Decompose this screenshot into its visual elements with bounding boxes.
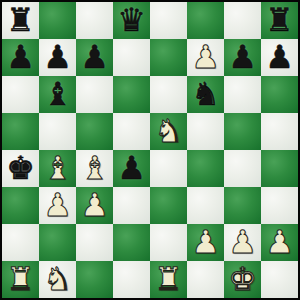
square-g1[interactable]: ♚ bbox=[224, 261, 261, 298]
piece-black-knight[interactable]: ♞ bbox=[191, 76, 220, 113]
square-f3[interactable] bbox=[187, 187, 224, 224]
piece-white-knight[interactable]: ♞ bbox=[43, 261, 72, 298]
square-a6[interactable] bbox=[2, 76, 39, 113]
square-b4[interactable]: ♝ bbox=[39, 150, 76, 187]
square-c4[interactable]: ♝ bbox=[76, 150, 113, 187]
square-f8[interactable] bbox=[187, 2, 224, 39]
square-f7[interactable]: ♟ bbox=[187, 39, 224, 76]
square-c1[interactable] bbox=[76, 261, 113, 298]
square-f1[interactable] bbox=[187, 261, 224, 298]
piece-white-pawn[interactable]: ♟ bbox=[191, 224, 220, 261]
square-h8[interactable]: ♜ bbox=[261, 2, 298, 39]
square-g7[interactable]: ♟ bbox=[224, 39, 261, 76]
square-b3[interactable]: ♟ bbox=[39, 187, 76, 224]
piece-black-bishop[interactable]: ♝ bbox=[43, 76, 72, 113]
square-e5[interactable]: ♞ bbox=[150, 113, 187, 150]
square-h3[interactable] bbox=[261, 187, 298, 224]
square-h2[interactable]: ♟ bbox=[261, 224, 298, 261]
piece-black-queen[interactable]: ♛ bbox=[117, 2, 146, 39]
square-a8[interactable]: ♜ bbox=[2, 2, 39, 39]
square-a4[interactable]: ♚ bbox=[2, 150, 39, 187]
piece-black-pawn[interactable]: ♟ bbox=[80, 39, 109, 76]
square-d8[interactable]: ♛ bbox=[113, 2, 150, 39]
square-a7[interactable]: ♟ bbox=[2, 39, 39, 76]
square-b5[interactable] bbox=[39, 113, 76, 150]
square-e8[interactable] bbox=[150, 2, 187, 39]
square-d5[interactable] bbox=[113, 113, 150, 150]
piece-black-pawn[interactable]: ♟ bbox=[265, 39, 294, 76]
square-g5[interactable] bbox=[224, 113, 261, 150]
square-b2[interactable] bbox=[39, 224, 76, 261]
square-h1[interactable] bbox=[261, 261, 298, 298]
piece-black-pawn[interactable]: ♟ bbox=[228, 39, 257, 76]
square-h7[interactable]: ♟ bbox=[261, 39, 298, 76]
chess-board: ♜♛♜♟♟♟♟♟♟♝♞♞♚♝♝♟♟♟♟♟♟♜♞♜♚ bbox=[0, 0, 300, 300]
square-f6[interactable]: ♞ bbox=[187, 76, 224, 113]
piece-white-king[interactable]: ♚ bbox=[228, 261, 257, 298]
square-h6[interactable] bbox=[261, 76, 298, 113]
square-e4[interactable] bbox=[150, 150, 187, 187]
square-d6[interactable] bbox=[113, 76, 150, 113]
square-f4[interactable] bbox=[187, 150, 224, 187]
square-b7[interactable]: ♟ bbox=[39, 39, 76, 76]
square-d2[interactable] bbox=[113, 224, 150, 261]
square-e2[interactable] bbox=[150, 224, 187, 261]
square-g2[interactable]: ♟ bbox=[224, 224, 261, 261]
square-c5[interactable] bbox=[76, 113, 113, 150]
square-f2[interactable]: ♟ bbox=[187, 224, 224, 261]
piece-black-pawn[interactable]: ♟ bbox=[43, 39, 72, 76]
piece-white-pawn[interactable]: ♟ bbox=[43, 187, 72, 224]
square-e1[interactable]: ♜ bbox=[150, 261, 187, 298]
piece-white-pawn[interactable]: ♟ bbox=[80, 187, 109, 224]
square-g3[interactable] bbox=[224, 187, 261, 224]
piece-black-rook[interactable]: ♜ bbox=[265, 2, 294, 39]
square-f5[interactable] bbox=[187, 113, 224, 150]
square-a1[interactable]: ♜ bbox=[2, 261, 39, 298]
piece-white-rook[interactable]: ♜ bbox=[6, 261, 35, 298]
square-d4[interactable]: ♟ bbox=[113, 150, 150, 187]
piece-white-rook[interactable]: ♜ bbox=[154, 261, 183, 298]
piece-black-pawn[interactable]: ♟ bbox=[117, 150, 146, 187]
square-c8[interactable] bbox=[76, 2, 113, 39]
square-a2[interactable] bbox=[2, 224, 39, 261]
square-c3[interactable]: ♟ bbox=[76, 187, 113, 224]
square-d1[interactable] bbox=[113, 261, 150, 298]
square-e7[interactable] bbox=[150, 39, 187, 76]
square-b1[interactable]: ♞ bbox=[39, 261, 76, 298]
square-a3[interactable] bbox=[2, 187, 39, 224]
square-b6[interactable]: ♝ bbox=[39, 76, 76, 113]
square-c7[interactable]: ♟ bbox=[76, 39, 113, 76]
piece-white-bishop[interactable]: ♝ bbox=[80, 150, 109, 187]
square-d3[interactable] bbox=[113, 187, 150, 224]
piece-white-bishop[interactable]: ♝ bbox=[43, 150, 72, 187]
square-g4[interactable] bbox=[224, 150, 261, 187]
square-c2[interactable] bbox=[76, 224, 113, 261]
piece-black-pawn[interactable]: ♟ bbox=[6, 39, 35, 76]
square-g6[interactable] bbox=[224, 76, 261, 113]
piece-black-rook[interactable]: ♜ bbox=[6, 2, 35, 39]
square-d7[interactable] bbox=[113, 39, 150, 76]
square-e3[interactable] bbox=[150, 187, 187, 224]
square-b8[interactable] bbox=[39, 2, 76, 39]
piece-white-pawn[interactable]: ♟ bbox=[191, 39, 220, 76]
square-g8[interactable] bbox=[224, 2, 261, 39]
square-h4[interactable] bbox=[261, 150, 298, 187]
piece-white-knight[interactable]: ♞ bbox=[154, 113, 183, 150]
square-h5[interactable] bbox=[261, 113, 298, 150]
piece-black-king[interactable]: ♚ bbox=[6, 150, 35, 187]
piece-white-pawn[interactable]: ♟ bbox=[265, 224, 294, 261]
square-c6[interactable] bbox=[76, 76, 113, 113]
square-e6[interactable] bbox=[150, 76, 187, 113]
square-a5[interactable] bbox=[2, 113, 39, 150]
piece-white-pawn[interactable]: ♟ bbox=[228, 224, 257, 261]
